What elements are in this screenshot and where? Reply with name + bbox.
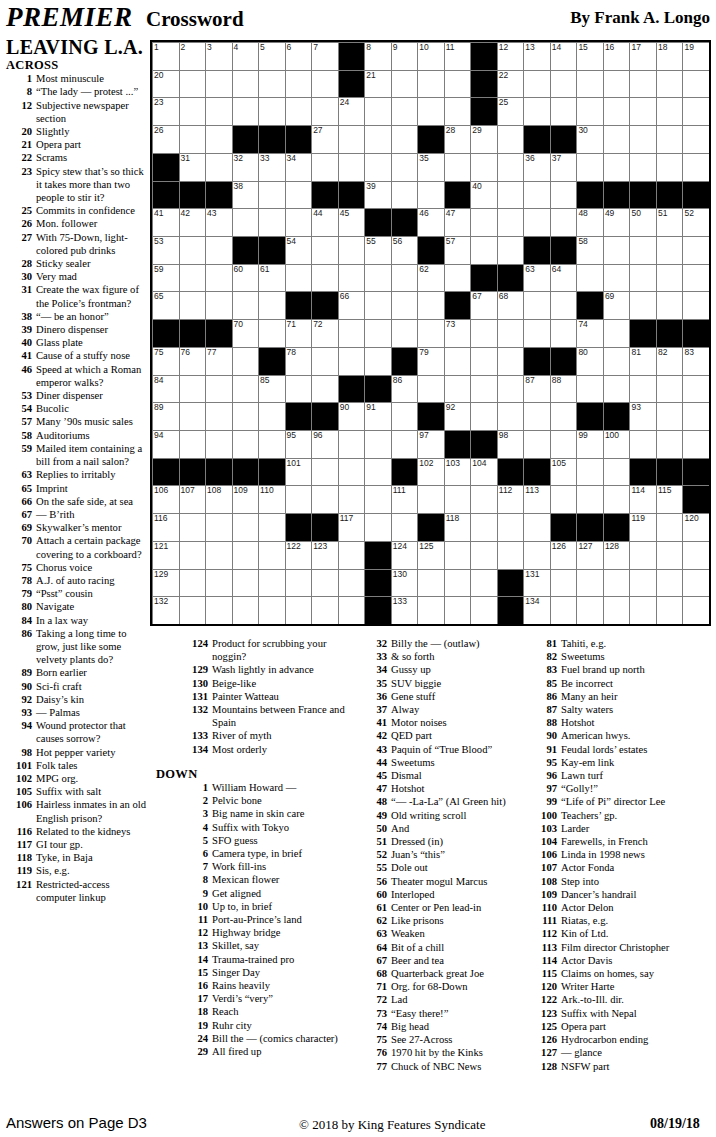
grid-cell[interactable] — [497, 181, 524, 209]
grid-cell[interactable] — [205, 375, 232, 403]
grid-cell[interactable]: 52 — [682, 208, 709, 236]
grid-cell[interactable] — [656, 375, 683, 403]
grid-cell[interactable]: 22 — [497, 70, 524, 98]
grid-cell[interactable] — [232, 97, 259, 125]
grid-cell[interactable] — [258, 596, 285, 624]
grid-cell[interactable]: 113 — [523, 485, 550, 513]
grid-cell[interactable] — [179, 236, 206, 264]
grid-cell[interactable]: 49 — [603, 208, 630, 236]
grid-cell[interactable]: 46 — [417, 208, 444, 236]
grid-cell[interactable]: 124 — [391, 541, 418, 569]
grid-cell[interactable] — [444, 264, 471, 292]
grid-cell[interactable] — [232, 513, 259, 541]
grid-cell[interactable] — [285, 208, 312, 236]
grid-cell[interactable] — [682, 291, 709, 319]
grid-cell[interactable]: 27 — [311, 125, 338, 153]
grid-cell[interactable] — [550, 97, 577, 125]
grid-cell[interactable] — [232, 596, 259, 624]
grid-cell[interactable] — [338, 569, 365, 597]
grid-cell[interactable]: 1 — [152, 42, 179, 70]
grid-cell[interactable]: 92 — [444, 402, 471, 430]
grid-cell[interactable]: 42 — [179, 208, 206, 236]
grid-cell[interactable] — [205, 125, 232, 153]
grid-cell[interactable]: 66 — [338, 291, 365, 319]
grid-cell[interactable] — [629, 70, 656, 98]
grid-cell[interactable] — [682, 541, 709, 569]
grid-cell[interactable] — [523, 181, 550, 209]
grid-cell[interactable] — [232, 569, 259, 597]
grid-cell[interactable] — [338, 319, 365, 347]
grid-cell[interactable] — [656, 236, 683, 264]
grid-cell[interactable] — [523, 541, 550, 569]
grid-cell[interactable]: 96 — [311, 430, 338, 458]
grid-cell[interactable]: 85 — [258, 375, 285, 403]
grid-cell[interactable]: 130 — [391, 569, 418, 597]
grid-cell[interactable]: 11 — [444, 42, 471, 70]
grid-cell[interactable] — [497, 319, 524, 347]
grid-cell[interactable]: 23 — [152, 97, 179, 125]
grid-cell[interactable]: 125 — [417, 541, 444, 569]
grid-cell[interactable] — [682, 70, 709, 98]
grid-cell[interactable] — [338, 236, 365, 264]
grid-cell[interactable] — [338, 347, 365, 375]
grid-cell[interactable] — [523, 291, 550, 319]
grid-cell[interactable]: 34 — [285, 153, 312, 181]
grid-cell[interactable] — [391, 291, 418, 319]
grid-cell[interactable] — [629, 236, 656, 264]
grid-cell[interactable] — [179, 541, 206, 569]
grid-cell[interactable]: 88 — [550, 375, 577, 403]
grid-cell[interactable] — [311, 347, 338, 375]
grid-cell[interactable]: 81 — [629, 347, 656, 375]
grid-cell[interactable]: 70 — [232, 319, 259, 347]
grid-cell[interactable] — [364, 319, 391, 347]
grid-cell[interactable] — [550, 485, 577, 513]
grid-cell[interactable]: 83 — [682, 347, 709, 375]
grid-cell[interactable]: 89 — [152, 402, 179, 430]
grid-cell[interactable] — [550, 319, 577, 347]
grid-cell[interactable] — [364, 291, 391, 319]
grid-cell[interactable]: 109 — [232, 485, 259, 513]
grid-cell[interactable]: 117 — [338, 513, 365, 541]
grid-cell[interactable] — [550, 70, 577, 98]
grid-cell[interactable] — [205, 402, 232, 430]
grid-cell[interactable] — [258, 319, 285, 347]
grid-cell[interactable] — [311, 264, 338, 292]
grid-cell[interactable] — [205, 153, 232, 181]
grid-cell[interactable] — [338, 125, 365, 153]
grid-cell[interactable] — [576, 264, 603, 292]
grid-cell[interactable] — [550, 181, 577, 209]
grid-cell[interactable]: 73 — [444, 319, 471, 347]
grid-cell[interactable]: 115 — [656, 485, 683, 513]
grid-cell[interactable]: 102 — [417, 458, 444, 486]
grid-cell[interactable] — [364, 264, 391, 292]
grid-cell[interactable] — [232, 347, 259, 375]
grid-cell[interactable]: 51 — [656, 208, 683, 236]
grid-cell[interactable] — [656, 97, 683, 125]
grid-cell[interactable] — [682, 125, 709, 153]
grid-cell[interactable] — [285, 264, 312, 292]
grid-cell[interactable] — [523, 208, 550, 236]
grid-cell[interactable] — [311, 596, 338, 624]
grid-cell[interactable]: 94 — [152, 430, 179, 458]
grid-cell[interactable] — [470, 569, 497, 597]
grid-cell[interactable]: 98 — [497, 430, 524, 458]
grid-cell[interactable]: 54 — [285, 236, 312, 264]
grid-cell[interactable] — [338, 596, 365, 624]
grid-cell[interactable] — [179, 97, 206, 125]
grid-cell[interactable]: 60 — [232, 264, 259, 292]
grid-cell[interactable] — [576, 485, 603, 513]
grid-cell[interactable]: 56 — [391, 236, 418, 264]
grid-cell[interactable]: 114 — [629, 485, 656, 513]
grid-cell[interactable] — [364, 485, 391, 513]
grid-cell[interactable] — [205, 291, 232, 319]
grid-cell[interactable] — [232, 541, 259, 569]
grid-cell[interactable]: 93 — [629, 402, 656, 430]
grid-cell[interactable]: 19 — [682, 42, 709, 70]
grid-cell[interactable] — [444, 153, 471, 181]
grid-cell[interactable] — [629, 97, 656, 125]
grid-cell[interactable] — [656, 264, 683, 292]
grid-cell[interactable] — [550, 430, 577, 458]
grid-cell[interactable] — [444, 541, 471, 569]
grid-cell[interactable] — [311, 153, 338, 181]
grid-cell[interactable] — [285, 97, 312, 125]
grid-cell[interactable] — [523, 319, 550, 347]
grid-cell[interactable] — [364, 125, 391, 153]
grid-cell[interactable]: 116 — [152, 513, 179, 541]
grid-cell[interactable] — [523, 402, 550, 430]
grid-cell[interactable]: 26 — [152, 125, 179, 153]
grid-cell[interactable]: 86 — [391, 375, 418, 403]
grid-cell[interactable] — [338, 485, 365, 513]
grid-cell[interactable] — [470, 347, 497, 375]
grid-cell[interactable] — [470, 375, 497, 403]
grid-cell[interactable] — [205, 430, 232, 458]
grid-cell[interactable] — [550, 569, 577, 597]
grid-cell[interactable] — [656, 596, 683, 624]
grid-cell[interactable] — [603, 70, 630, 98]
grid-cell[interactable] — [497, 236, 524, 264]
grid-cell[interactable]: 68 — [497, 291, 524, 319]
grid-cell[interactable]: 44 — [311, 208, 338, 236]
grid-cell[interactable]: 106 — [152, 485, 179, 513]
grid-cell[interactable] — [311, 236, 338, 264]
grid-cell[interactable] — [179, 264, 206, 292]
grid-cell[interactable] — [656, 569, 683, 597]
grid-cell[interactable] — [523, 430, 550, 458]
grid-cell[interactable] — [364, 458, 391, 486]
grid-cell[interactable] — [629, 125, 656, 153]
grid-cell[interactable] — [523, 513, 550, 541]
grid-cell[interactable]: 108 — [205, 485, 232, 513]
grid-cell[interactable]: 10 — [417, 42, 444, 70]
grid-cell[interactable] — [603, 319, 630, 347]
grid-cell[interactable] — [205, 70, 232, 98]
grid-cell[interactable]: 87 — [523, 375, 550, 403]
grid-cell[interactable] — [444, 347, 471, 375]
grid-cell[interactable] — [682, 236, 709, 264]
grid-cell[interactable] — [523, 97, 550, 125]
grid-cell[interactable]: 5 — [258, 42, 285, 70]
grid-cell[interactable] — [550, 291, 577, 319]
grid-cell[interactable] — [444, 569, 471, 597]
grid-cell[interactable]: 2 — [179, 42, 206, 70]
grid-cell[interactable]: 7 — [311, 42, 338, 70]
grid-cell[interactable]: 41 — [152, 208, 179, 236]
grid-cell[interactable] — [205, 236, 232, 264]
grid-cell[interactable]: 32 — [232, 153, 259, 181]
grid-cell[interactable] — [550, 402, 577, 430]
grid-cell[interactable] — [417, 569, 444, 597]
grid-cell[interactable] — [656, 291, 683, 319]
grid-cell[interactable]: 72 — [311, 319, 338, 347]
grid-cell[interactable] — [656, 70, 683, 98]
grid-cell[interactable]: 74 — [576, 319, 603, 347]
grid-cell[interactable] — [629, 569, 656, 597]
grid-cell[interactable] — [179, 513, 206, 541]
grid-cell[interactable] — [497, 347, 524, 375]
grid-cell[interactable]: 29 — [470, 125, 497, 153]
grid-cell[interactable] — [391, 125, 418, 153]
grid-cell[interactable]: 101 — [285, 458, 312, 486]
grid-cell[interactable]: 57 — [444, 236, 471, 264]
grid-cell[interactable]: 21 — [364, 70, 391, 98]
grid-cell[interactable]: 105 — [550, 458, 577, 486]
grid-cell[interactable] — [656, 153, 683, 181]
grid-cell[interactable]: 6 — [285, 42, 312, 70]
grid-cell[interactable] — [656, 513, 683, 541]
grid-cell[interactable] — [682, 569, 709, 597]
grid-cell[interactable] — [682, 596, 709, 624]
grid-cell[interactable]: 82 — [656, 347, 683, 375]
grid-cell[interactable] — [311, 375, 338, 403]
grid-cell[interactable]: 121 — [152, 541, 179, 569]
grid-cell[interactable]: 76 — [179, 347, 206, 375]
grid-cell[interactable]: 79 — [417, 347, 444, 375]
grid-cell[interactable] — [470, 153, 497, 181]
grid-cell[interactable]: 33 — [258, 153, 285, 181]
grid-cell[interactable]: 69 — [603, 291, 630, 319]
grid-cell[interactable] — [311, 458, 338, 486]
grid-cell[interactable] — [497, 208, 524, 236]
grid-cell[interactable]: 95 — [285, 430, 312, 458]
grid-cell[interactable] — [364, 430, 391, 458]
grid-cell[interactable]: 120 — [682, 513, 709, 541]
grid-cell[interactable] — [391, 264, 418, 292]
grid-cell[interactable]: 45 — [338, 208, 365, 236]
grid-cell[interactable] — [205, 97, 232, 125]
grid-cell[interactable] — [682, 264, 709, 292]
grid-cell[interactable]: 47 — [444, 208, 471, 236]
grid-cell[interactable]: 37 — [550, 153, 577, 181]
grid-cell[interactable] — [232, 375, 259, 403]
grid-cell[interactable]: 14 — [550, 42, 577, 70]
grid-cell[interactable]: 103 — [444, 458, 471, 486]
grid-cell[interactable]: 131 — [523, 569, 550, 597]
grid-cell[interactable]: 99 — [576, 430, 603, 458]
grid-cell[interactable] — [205, 596, 232, 624]
grid-cell[interactable] — [232, 208, 259, 236]
grid-cell[interactable] — [205, 513, 232, 541]
grid-cell[interactable]: 78 — [285, 347, 312, 375]
grid-cell[interactable] — [603, 458, 630, 486]
grid-cell[interactable] — [576, 153, 603, 181]
grid-cell[interactable] — [417, 70, 444, 98]
grid-cell[interactable]: 36 — [523, 153, 550, 181]
grid-cell[interactable] — [179, 125, 206, 153]
grid-cell[interactable] — [576, 70, 603, 98]
grid-cell[interactable]: 132 — [152, 596, 179, 624]
grid-cell[interactable] — [444, 97, 471, 125]
grid-cell[interactable]: 13 — [523, 42, 550, 70]
grid-cell[interactable] — [576, 375, 603, 403]
grid-cell[interactable]: 134 — [523, 596, 550, 624]
grid-cell[interactable]: 97 — [417, 430, 444, 458]
grid-cell[interactable] — [682, 430, 709, 458]
grid-cell[interactable] — [576, 596, 603, 624]
grid-cell[interactable] — [629, 264, 656, 292]
grid-cell[interactable] — [391, 153, 418, 181]
grid-cell[interactable] — [603, 153, 630, 181]
grid-cell[interactable] — [497, 375, 524, 403]
grid-cell[interactable] — [205, 541, 232, 569]
grid-cell[interactable] — [258, 569, 285, 597]
grid-cell[interactable]: 112 — [497, 485, 524, 513]
grid-cell[interactable] — [417, 485, 444, 513]
grid-cell[interactable]: 17 — [629, 42, 656, 70]
grid-cell[interactable] — [179, 402, 206, 430]
grid-cell[interactable]: 38 — [232, 181, 259, 209]
grid-cell[interactable] — [682, 97, 709, 125]
grid-cell[interactable] — [258, 402, 285, 430]
grid-cell[interactable] — [603, 569, 630, 597]
grid-cell[interactable]: 75 — [152, 347, 179, 375]
grid-cell[interactable] — [523, 70, 550, 98]
grid-cell[interactable]: 63 — [523, 264, 550, 292]
grid-cell[interactable] — [629, 430, 656, 458]
grid-cell[interactable] — [232, 291, 259, 319]
grid-cell[interactable] — [258, 97, 285, 125]
grid-cell[interactable]: 100 — [603, 430, 630, 458]
grid-cell[interactable] — [629, 541, 656, 569]
grid-cell[interactable] — [629, 375, 656, 403]
grid-cell[interactable] — [576, 97, 603, 125]
grid-cell[interactable] — [444, 375, 471, 403]
grid-cell[interactable] — [258, 70, 285, 98]
grid-cell[interactable]: 110 — [258, 485, 285, 513]
grid-cell[interactable] — [311, 569, 338, 597]
grid-cell[interactable] — [311, 97, 338, 125]
grid-cell[interactable] — [391, 70, 418, 98]
grid-cell[interactable] — [682, 375, 709, 403]
grid-cell[interactable] — [470, 402, 497, 430]
grid-cell[interactable] — [205, 264, 232, 292]
grid-cell[interactable] — [179, 291, 206, 319]
grid-cell[interactable] — [205, 569, 232, 597]
grid-cell[interactable] — [311, 70, 338, 98]
grid-cell[interactable] — [603, 596, 630, 624]
grid-cell[interactable]: 64 — [550, 264, 577, 292]
grid-cell[interactable] — [258, 291, 285, 319]
grid-cell[interactable] — [258, 513, 285, 541]
grid-cell[interactable]: 39 — [364, 181, 391, 209]
grid-cell[interactable] — [576, 569, 603, 597]
grid-cell[interactable] — [364, 347, 391, 375]
grid-cell[interactable]: 53 — [152, 236, 179, 264]
grid-cell[interactable] — [417, 291, 444, 319]
grid-cell[interactable]: 15 — [576, 42, 603, 70]
grid-cell[interactable] — [338, 264, 365, 292]
grid-cell[interactable]: 59 — [152, 264, 179, 292]
grid-cell[interactable]: 62 — [417, 264, 444, 292]
grid-cell[interactable] — [285, 485, 312, 513]
grid-cell[interactable] — [417, 319, 444, 347]
grid-cell[interactable] — [629, 596, 656, 624]
grid-cell[interactable]: 50 — [629, 208, 656, 236]
grid-cell[interactable] — [364, 153, 391, 181]
grid-cell[interactable] — [285, 181, 312, 209]
grid-cell[interactable]: 40 — [470, 181, 497, 209]
grid-cell[interactable] — [497, 513, 524, 541]
grid-cell[interactable] — [179, 375, 206, 403]
grid-cell[interactable] — [629, 153, 656, 181]
grid-cell[interactable] — [603, 125, 630, 153]
grid-cell[interactable]: 9 — [391, 42, 418, 70]
grid-cell[interactable]: 18 — [656, 42, 683, 70]
grid-cell[interactable] — [338, 458, 365, 486]
grid-cell[interactable] — [338, 430, 365, 458]
grid-cell[interactable] — [417, 97, 444, 125]
grid-cell[interactable]: 119 — [629, 513, 656, 541]
grid-cell[interactable] — [682, 402, 709, 430]
grid-cell[interactable]: 55 — [364, 236, 391, 264]
grid-cell[interactable] — [656, 430, 683, 458]
grid-cell[interactable]: 20 — [152, 70, 179, 98]
grid-cell[interactable] — [179, 70, 206, 98]
grid-cell[interactable]: 84 — [152, 375, 179, 403]
grid-cell[interactable] — [656, 541, 683, 569]
grid-cell[interactable] — [285, 569, 312, 597]
grid-cell[interactable]: 126 — [550, 541, 577, 569]
grid-cell[interactable] — [311, 485, 338, 513]
grid-cell[interactable] — [232, 402, 259, 430]
grid-cell[interactable] — [364, 513, 391, 541]
grid-cell[interactable]: 24 — [338, 97, 365, 125]
grid-cell[interactable]: 65 — [152, 291, 179, 319]
grid-cell[interactable]: 4 — [232, 42, 259, 70]
grid-cell[interactable]: 58 — [576, 236, 603, 264]
grid-cell[interactable]: 127 — [576, 541, 603, 569]
grid-cell[interactable] — [603, 264, 630, 292]
grid-cell[interactable] — [179, 569, 206, 597]
grid-cell[interactable]: 43 — [205, 208, 232, 236]
grid-cell[interactable] — [391, 97, 418, 125]
grid-cell[interactable] — [656, 402, 683, 430]
grid-cell[interactable]: 25 — [497, 97, 524, 125]
grid-cell[interactable]: 133 — [391, 596, 418, 624]
grid-cell[interactable] — [497, 541, 524, 569]
grid-cell[interactable] — [179, 596, 206, 624]
grid-cell[interactable]: 122 — [285, 541, 312, 569]
grid-cell[interactable]: 123 — [311, 541, 338, 569]
grid-cell[interactable] — [603, 375, 630, 403]
grid-cell[interactable] — [285, 70, 312, 98]
grid-cell[interactable] — [232, 70, 259, 98]
grid-cell[interactable] — [629, 291, 656, 319]
